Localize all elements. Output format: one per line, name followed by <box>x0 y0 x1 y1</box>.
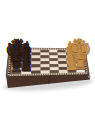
square-h7 <box>21 71 31 75</box>
square-d3 <box>58 58 67 61</box>
square-f1 <box>75 64 84 67</box>
square-d4 <box>49 58 58 61</box>
square-h2 <box>68 70 77 73</box>
square-f3 <box>58 64 67 67</box>
square-g4 <box>50 67 59 70</box>
square-h3 <box>59 70 68 73</box>
square-a2 <box>66 50 74 53</box>
square-c2 <box>66 55 75 58</box>
square-g7 <box>21 67 31 70</box>
square-f4 <box>50 64 59 67</box>
square-g5 <box>41 67 50 70</box>
square-a4 <box>49 50 58 53</box>
square-a6 <box>32 50 41 53</box>
square-b8 <box>13 52 23 55</box>
square-e2 <box>67 61 76 64</box>
square-d5 <box>41 58 50 61</box>
chess-set-product-photo: ♜♞♝♛♚♝♞♜♟♟♟♟♟♟♟♟♟♟♟♟♟♟♟♟♜♞♝♛♚♝♞♜ <box>0 0 95 126</box>
square-d2 <box>66 58 75 61</box>
square-b7 <box>22 52 31 55</box>
square-e7 <box>22 61 32 64</box>
square-b2 <box>66 53 74 56</box>
square-h1 <box>76 70 85 73</box>
square-h5 <box>41 70 50 73</box>
square-b3 <box>58 53 67 56</box>
square-e6 <box>31 61 40 64</box>
square-b6 <box>31 52 40 55</box>
square-c6 <box>31 55 40 58</box>
square-h6 <box>31 70 41 73</box>
square-e4 <box>49 61 58 64</box>
square-g6 <box>31 67 40 70</box>
square-e3 <box>58 61 67 64</box>
square-g2 <box>67 67 76 70</box>
board-svg <box>0 0 95 126</box>
square-b4 <box>49 52 58 55</box>
square-b1 <box>74 53 82 56</box>
square-b5 <box>40 52 49 55</box>
square-c3 <box>58 55 67 58</box>
square-f2 <box>67 64 76 67</box>
square-a7 <box>22 49 31 52</box>
square-c1 <box>74 55 82 58</box>
board-clasp <box>88 75 90 77</box>
square-g8 <box>11 68 21 71</box>
square-f7 <box>22 64 32 67</box>
square-a8 <box>13 49 23 52</box>
square-e5 <box>41 61 50 64</box>
square-g1 <box>76 67 85 70</box>
square-h8 <box>11 71 21 75</box>
square-f6 <box>31 64 40 67</box>
square-c4 <box>49 55 58 58</box>
square-c7 <box>22 55 31 58</box>
square-a1 <box>74 50 82 53</box>
square-c8 <box>13 55 23 58</box>
square-a5 <box>40 50 49 53</box>
square-a3 <box>57 50 65 53</box>
square-d1 <box>75 58 83 61</box>
square-d6 <box>31 58 40 61</box>
square-d8 <box>12 58 22 61</box>
square-h4 <box>50 70 59 73</box>
chess-board <box>0 0 95 126</box>
square-c5 <box>40 55 49 58</box>
square-e1 <box>75 61 84 64</box>
square-e8 <box>12 61 22 64</box>
square-g3 <box>59 67 68 70</box>
square-f5 <box>41 64 50 67</box>
square-d7 <box>22 58 31 61</box>
square-f8 <box>12 64 22 67</box>
